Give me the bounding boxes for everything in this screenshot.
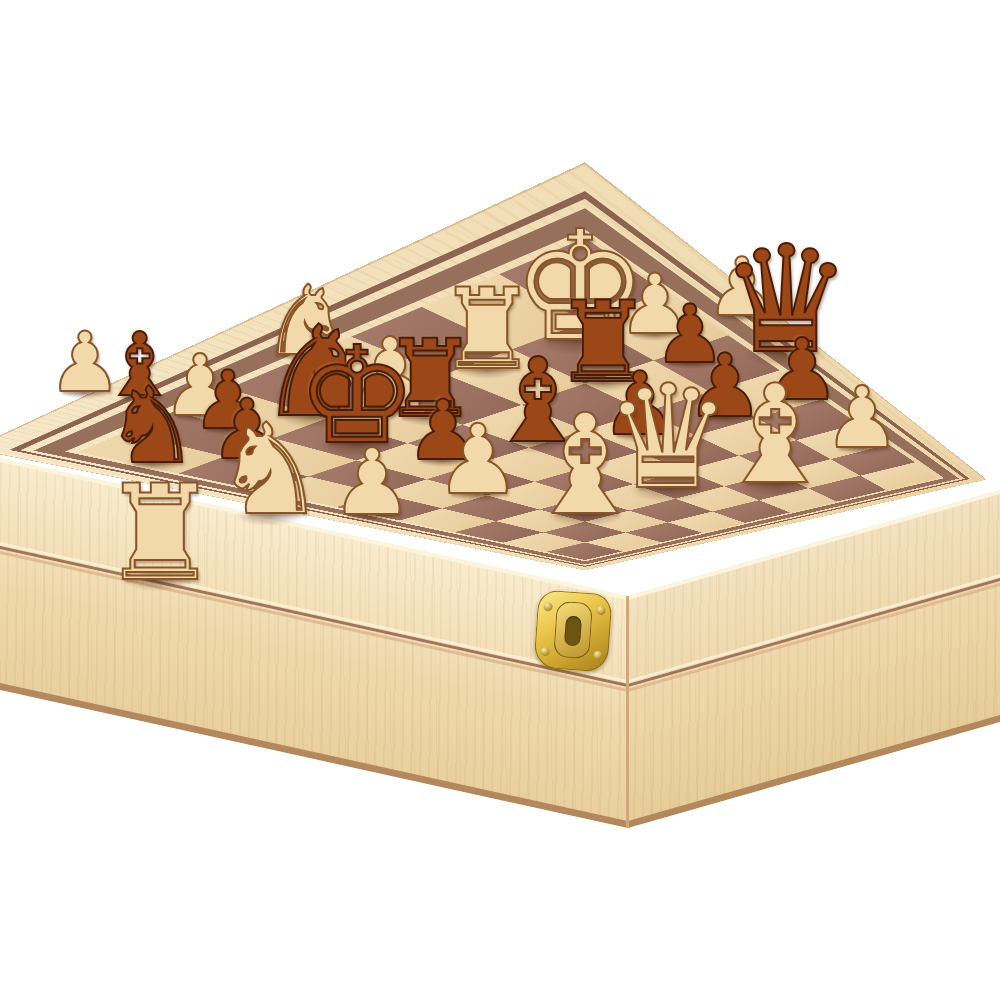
pawn-glyph: ♟: [331, 437, 413, 529]
clasp: [533, 590, 612, 673]
piece-white-pawn-b3[interactable]: ♟: [435, 412, 521, 508]
bishop-glyph: ♝: [523, 396, 648, 535]
rook-glyph: ♜: [101, 467, 219, 599]
box-corner-edge: [626, 596, 629, 828]
piece-white-bishop-a1[interactable]: ♝: [523, 396, 648, 535]
pawn-glyph: ♟: [435, 412, 521, 508]
piece-white-pawn-a3[interactable]: ♟: [331, 437, 413, 529]
product-photo-chess-box: { "game": "chess", "scene": {"background…: [0, 0, 1000, 1000]
piece-white-knight-b4[interactable]: ♞: [214, 408, 326, 533]
piece-white-rook-a2[interactable]: ♜: [101, 467, 219, 599]
clasp-hole: [564, 615, 582, 646]
knight-glyph: ♞: [214, 408, 326, 533]
